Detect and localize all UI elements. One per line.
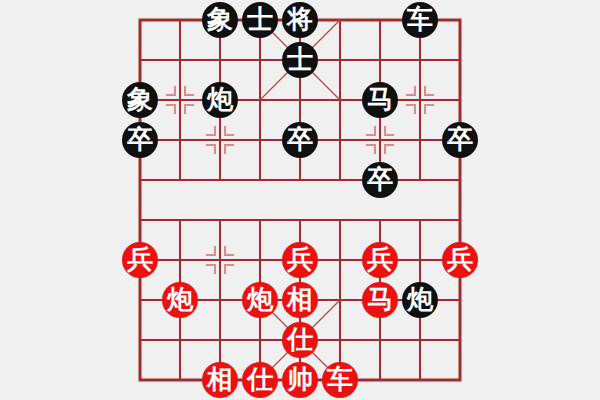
board-point-3-7[interactable]: 炮 (240, 280, 280, 320)
board-point-4-6[interactable]: 兵 (280, 240, 320, 280)
piece-red-advisor[interactable]: 仕 (282, 322, 318, 358)
piece-black-pawn[interactable]: 卒 (282, 122, 318, 158)
board-point-5-9[interactable]: 车 (320, 360, 360, 400)
board-point-0-5[interactable] (120, 200, 160, 240)
piece-red-horse[interactable]: 马 (362, 282, 398, 318)
board-point-4-7[interactable]: 相 (280, 280, 320, 320)
board-point-3-6[interactable] (240, 240, 280, 280)
board-point-8-7[interactable] (440, 280, 480, 320)
board-point-7-0[interactable]: 车 (400, 0, 440, 40)
piece-black-advisor[interactable]: 士 (242, 2, 278, 38)
board-point-5-2[interactable] (320, 80, 360, 120)
board-point-7-7[interactable]: 炮 (400, 280, 440, 320)
piece-red-elephant[interactable]: 相 (282, 282, 318, 318)
board-point-5-0[interactable] (320, 0, 360, 40)
board-point-2-4[interactable] (200, 160, 240, 200)
piece-black-cannon[interactable]: 炮 (402, 282, 438, 318)
board-point-0-8[interactable] (120, 320, 160, 360)
board-point-7-4[interactable] (400, 160, 440, 200)
board-point-2-8[interactable] (200, 320, 240, 360)
board-point-1-2[interactable] (160, 80, 200, 120)
board-point-1-7[interactable]: 炮 (160, 280, 200, 320)
board-point-7-1[interactable] (400, 40, 440, 80)
piece-black-advisor[interactable]: 士 (282, 42, 318, 78)
board-point-1-3[interactable] (160, 120, 200, 160)
board-point-3-1[interactable] (240, 40, 280, 80)
board-point-4-0[interactable]: 将 (280, 0, 320, 40)
piece-red-cannon[interactable]: 炮 (242, 282, 278, 318)
board-point-1-4[interactable] (160, 160, 200, 200)
board-point-5-1[interactable] (320, 40, 360, 80)
board-point-5-8[interactable] (320, 320, 360, 360)
piece-black-pawn[interactable]: 卒 (122, 122, 158, 158)
piece-red-cannon[interactable]: 炮 (162, 282, 198, 318)
board-point-8-6[interactable]: 兵 (440, 240, 480, 280)
board-point-8-5[interactable] (440, 200, 480, 240)
board-point-4-8[interactable]: 仕 (280, 320, 320, 360)
board-point-0-7[interactable] (120, 280, 160, 320)
board-point-8-3[interactable]: 卒 (440, 120, 480, 160)
board-point-2-6[interactable] (200, 240, 240, 280)
piece-red-chariot[interactable]: 车 (322, 362, 358, 398)
board-point-2-1[interactable] (200, 40, 240, 80)
board-point-7-2[interactable] (400, 80, 440, 120)
xiangqi-screen: 象士将车士象炮马卒卒卒卒兵兵兵兵炮炮相马炮仕相仕帅车 (0, 0, 600, 400)
board-point-2-3[interactable] (200, 120, 240, 160)
board-point-5-4[interactable] (320, 160, 360, 200)
board-point-6-3[interactable] (360, 120, 400, 160)
xiangqi-board: 象士将车士象炮马卒卒卒卒兵兵兵兵炮炮相马炮仕相仕帅车 (120, 0, 480, 400)
board-point-4-9[interactable]: 帅 (280, 360, 320, 400)
board-point-1-1[interactable] (160, 40, 200, 80)
board-point-2-9[interactable]: 相 (200, 360, 240, 400)
piece-red-pawn[interactable]: 兵 (442, 242, 478, 278)
piece-red-general[interactable]: 帅 (282, 362, 318, 398)
piece-black-elephant[interactable]: 象 (202, 2, 238, 38)
board-point-2-0[interactable]: 象 (200, 0, 240, 40)
board-point-5-6[interactable] (320, 240, 360, 280)
piece-red-elephant[interactable]: 相 (202, 362, 238, 398)
board-point-1-0[interactable] (160, 0, 200, 40)
board-point-7-9[interactable] (400, 360, 440, 400)
board-point-6-4[interactable]: 卒 (360, 160, 400, 200)
board-point-0-2[interactable]: 象 (120, 80, 160, 120)
board-point-8-1[interactable] (440, 40, 480, 80)
board-point-8-0[interactable] (440, 0, 480, 40)
board-point-8-4[interactable] (440, 160, 480, 200)
piece-black-pawn[interactable]: 卒 (362, 162, 398, 198)
board-point-0-6[interactable]: 兵 (120, 240, 160, 280)
board-point-4-1[interactable]: 士 (280, 40, 320, 80)
board-point-6-7[interactable]: 马 (360, 280, 400, 320)
board-point-6-8[interactable] (360, 320, 400, 360)
board-point-6-1[interactable] (360, 40, 400, 80)
board-point-3-5[interactable] (240, 200, 280, 240)
board-point-1-6[interactable] (160, 240, 200, 280)
board-point-6-6[interactable]: 兵 (360, 240, 400, 280)
board-point-5-5[interactable] (320, 200, 360, 240)
piece-black-chariot[interactable]: 车 (402, 2, 438, 38)
board-point-3-8[interactable] (240, 320, 280, 360)
piece-black-horse[interactable]: 马 (362, 82, 398, 118)
board-point-3-9[interactable]: 仕 (240, 360, 280, 400)
board-point-4-4[interactable] (280, 160, 320, 200)
board-point-3-0[interactable]: 士 (240, 0, 280, 40)
board-point-5-7[interactable] (320, 280, 360, 320)
board-point-8-2[interactable] (440, 80, 480, 120)
board-point-6-9[interactable] (360, 360, 400, 400)
board-point-3-3[interactable] (240, 120, 280, 160)
board-point-3-2[interactable] (240, 80, 280, 120)
board-point-7-8[interactable] (400, 320, 440, 360)
board-point-2-5[interactable] (200, 200, 240, 240)
board-point-4-2[interactable] (280, 80, 320, 120)
board-point-5-3[interactable] (320, 120, 360, 160)
board-point-1-5[interactable] (160, 200, 200, 240)
board-point-1-9[interactable] (160, 360, 200, 400)
board-point-7-5[interactable] (400, 200, 440, 240)
board-point-3-4[interactable] (240, 160, 280, 200)
board-point-6-5[interactable] (360, 200, 400, 240)
piece-red-pawn[interactable]: 兵 (282, 242, 318, 278)
board-point-7-6[interactable] (400, 240, 440, 280)
board-point-4-3[interactable]: 卒 (280, 120, 320, 160)
board-point-0-1[interactable] (120, 40, 160, 80)
board-point-0-0[interactable] (120, 0, 160, 40)
piece-black-cannon[interactable]: 炮 (202, 82, 238, 118)
board-point-8-9[interactable] (440, 360, 480, 400)
board-point-7-3[interactable] (400, 120, 440, 160)
board-point-8-8[interactable] (440, 320, 480, 360)
piece-black-elephant[interactable]: 象 (122, 82, 158, 118)
board-point-1-8[interactable] (160, 320, 200, 360)
piece-red-advisor[interactable]: 仕 (242, 362, 278, 398)
board-point-0-9[interactable] (120, 360, 160, 400)
piece-black-general[interactable]: 将 (282, 2, 318, 38)
board-point-0-4[interactable] (120, 160, 160, 200)
board-point-2-7[interactable] (200, 280, 240, 320)
board-point-4-5[interactable] (280, 200, 320, 240)
piece-red-pawn[interactable]: 兵 (122, 242, 158, 278)
board-point-0-3[interactable]: 卒 (120, 120, 160, 160)
board-point-2-2[interactable]: 炮 (200, 80, 240, 120)
board-point-6-0[interactable] (360, 0, 400, 40)
piece-black-pawn[interactable]: 卒 (442, 122, 478, 158)
board-point-6-2[interactable]: 马 (360, 80, 400, 120)
piece-red-pawn[interactable]: 兵 (362, 242, 398, 278)
